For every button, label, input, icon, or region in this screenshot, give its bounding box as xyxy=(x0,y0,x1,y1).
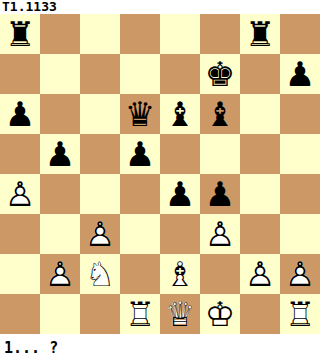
square-h8[interactable] xyxy=(280,14,320,54)
white-pawn-outline-layer: ♙ xyxy=(0,174,40,214)
square-d6[interactable]: ♛ xyxy=(120,94,160,134)
square-b7[interactable] xyxy=(40,54,80,94)
square-a7[interactable] xyxy=(0,54,40,94)
black-bishop-piece[interactable]: ♝ xyxy=(160,94,200,134)
square-c4[interactable] xyxy=(80,174,120,214)
white-pawn-outline-layer: ♙ xyxy=(40,254,80,294)
square-b6[interactable] xyxy=(40,94,80,134)
square-c5[interactable] xyxy=(80,134,120,174)
square-f1[interactable]: ♚♔ xyxy=(200,294,240,334)
square-c7[interactable] xyxy=(80,54,120,94)
square-d4[interactable] xyxy=(120,174,160,214)
black-rook-piece[interactable]: ♜ xyxy=(240,14,280,54)
white-queen-outline-layer: ♕ xyxy=(160,294,200,334)
white-bishop-outline-layer: ♗ xyxy=(160,254,200,294)
square-d1[interactable]: ♜♖ xyxy=(120,294,160,334)
white-pawn-outline-layer: ♙ xyxy=(240,254,280,294)
white-pawn-piece[interactable]: ♟♙ xyxy=(280,254,320,294)
white-rook-outline-layer: ♖ xyxy=(280,294,320,334)
square-e7[interactable] xyxy=(160,54,200,94)
white-king-outline-layer: ♔ xyxy=(200,294,240,334)
black-pawn-piece[interactable]: ♟ xyxy=(40,134,80,174)
black-queen-piece[interactable]: ♛ xyxy=(120,94,160,134)
square-f5[interactable] xyxy=(200,134,240,174)
square-a6[interactable]: ♟ xyxy=(0,94,40,134)
square-f3[interactable]: ♟♙ xyxy=(200,214,240,254)
square-e4[interactable]: ♟ xyxy=(160,174,200,214)
white-rook-piece[interactable]: ♜♖ xyxy=(120,294,160,334)
chess-board: ♜♜♚♟♟♛♝♝♟♟♟♙♟♟♟♙♟♙♟♙♞♘♝♗♟♙♟♙♜♖♛♕♚♔♜♖ xyxy=(0,14,320,334)
square-g6[interactable] xyxy=(240,94,280,134)
square-h4[interactable] xyxy=(280,174,320,214)
square-g8[interactable]: ♜ xyxy=(240,14,280,54)
square-c8[interactable] xyxy=(80,14,120,54)
white-knight-piece[interactable]: ♞♘ xyxy=(80,254,120,294)
black-pawn-piece[interactable]: ♟ xyxy=(200,174,240,214)
white-pawn-piece[interactable]: ♟♙ xyxy=(40,254,80,294)
square-a1[interactable] xyxy=(0,294,40,334)
black-rook-piece[interactable]: ♜ xyxy=(0,14,40,54)
square-a3[interactable] xyxy=(0,214,40,254)
square-b8[interactable] xyxy=(40,14,80,54)
black-pawn-piece[interactable]: ♟ xyxy=(0,94,40,134)
square-f2[interactable] xyxy=(200,254,240,294)
square-a2[interactable] xyxy=(0,254,40,294)
black-pawn-piece[interactable]: ♟ xyxy=(160,174,200,214)
white-pawn-piece[interactable]: ♟♙ xyxy=(80,214,120,254)
square-h7[interactable]: ♟ xyxy=(280,54,320,94)
square-c1[interactable] xyxy=(80,294,120,334)
white-knight-outline-layer: ♘ xyxy=(80,254,120,294)
white-pawn-piece[interactable]: ♟♙ xyxy=(240,254,280,294)
square-e2[interactable]: ♝♗ xyxy=(160,254,200,294)
square-e1[interactable]: ♛♕ xyxy=(160,294,200,334)
black-king-piece[interactable]: ♚ xyxy=(200,54,240,94)
white-bishop-piece[interactable]: ♝♗ xyxy=(160,254,200,294)
puzzle-title: T1.1133 xyxy=(0,0,320,14)
square-b1[interactable] xyxy=(40,294,80,334)
square-h1[interactable]: ♜♖ xyxy=(280,294,320,334)
square-h2[interactable]: ♟♙ xyxy=(280,254,320,294)
black-pawn-piece[interactable]: ♟ xyxy=(280,54,320,94)
square-d2[interactable] xyxy=(120,254,160,294)
square-f8[interactable] xyxy=(200,14,240,54)
square-d5[interactable]: ♟ xyxy=(120,134,160,174)
white-pawn-outline-layer: ♙ xyxy=(280,254,320,294)
square-e6[interactable]: ♝ xyxy=(160,94,200,134)
white-rook-piece[interactable]: ♜♖ xyxy=(280,294,320,334)
square-e8[interactable] xyxy=(160,14,200,54)
white-pawn-outline-layer: ♙ xyxy=(80,214,120,254)
square-h3[interactable] xyxy=(280,214,320,254)
square-f4[interactable]: ♟ xyxy=(200,174,240,214)
square-d8[interactable] xyxy=(120,14,160,54)
white-king-piece[interactable]: ♚♔ xyxy=(200,294,240,334)
square-e5[interactable] xyxy=(160,134,200,174)
square-b3[interactable] xyxy=(40,214,80,254)
square-g2[interactable]: ♟♙ xyxy=(240,254,280,294)
square-e3[interactable] xyxy=(160,214,200,254)
square-c3[interactable]: ♟♙ xyxy=(80,214,120,254)
white-pawn-outline-layer: ♙ xyxy=(200,214,240,254)
black-bishop-piece[interactable]: ♝ xyxy=(200,94,240,134)
square-d7[interactable] xyxy=(120,54,160,94)
square-c2[interactable]: ♞♘ xyxy=(80,254,120,294)
move-prompt: 1... ? xyxy=(0,334,320,360)
square-f7[interactable]: ♚ xyxy=(200,54,240,94)
white-pawn-piece[interactable]: ♟♙ xyxy=(200,214,240,254)
square-g4[interactable] xyxy=(240,174,280,214)
square-a8[interactable]: ♜ xyxy=(0,14,40,54)
square-b5[interactable]: ♟ xyxy=(40,134,80,174)
square-g1[interactable] xyxy=(240,294,280,334)
square-h5[interactable] xyxy=(280,134,320,174)
square-g5[interactable] xyxy=(240,134,280,174)
white-pawn-piece[interactable]: ♟♙ xyxy=(0,174,40,214)
square-d3[interactable] xyxy=(120,214,160,254)
square-h6[interactable] xyxy=(280,94,320,134)
square-a5[interactable] xyxy=(0,134,40,174)
white-rook-outline-layer: ♖ xyxy=(120,294,160,334)
square-c6[interactable] xyxy=(80,94,120,134)
square-b4[interactable] xyxy=(40,174,80,214)
square-g7[interactable] xyxy=(240,54,280,94)
black-pawn-piece[interactable]: ♟ xyxy=(120,134,160,174)
square-g3[interactable] xyxy=(240,214,280,254)
square-a4[interactable]: ♟♙ xyxy=(0,174,40,214)
white-queen-piece[interactable]: ♛♕ xyxy=(160,294,200,334)
square-f6[interactable]: ♝ xyxy=(200,94,240,134)
square-b2[interactable]: ♟♙ xyxy=(40,254,80,294)
